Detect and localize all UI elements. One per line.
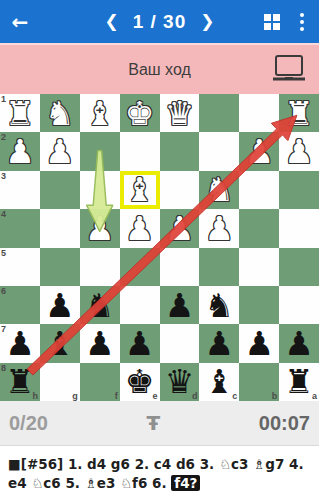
- black-pawn: ♟: [160, 286, 200, 324]
- square-g6[interactable]: ♟: [40, 286, 80, 324]
- move-list[interactable]: ■[#56] 1. d4 g6 2. c4 d6 3. ♘c3 ♗g7 4. e…: [0, 445, 319, 497]
- prompt-bar: Ваш ход: [0, 43, 319, 94]
- rank-label-7: 7: [1, 324, 6, 334]
- square-g7[interactable]: ♝: [40, 324, 80, 362]
- file-label-g: g: [72, 391, 78, 401]
- square-e5[interactable]: [120, 248, 160, 286]
- square-b1[interactable]: [239, 94, 279, 132]
- square-a1[interactable]: ♜: [279, 94, 319, 132]
- black-pawn: ♟: [40, 286, 80, 324]
- square-a3[interactable]: [279, 171, 319, 209]
- black-pawn: ♟: [279, 324, 319, 362]
- square-g1[interactable]: ♞: [40, 94, 80, 132]
- rank-label-5: 5: [1, 248, 6, 258]
- square-c3[interactable]: ♞: [199, 171, 239, 209]
- puzzle-list-icon[interactable]: [264, 14, 280, 30]
- black-knight: ♞: [199, 286, 239, 324]
- white-knight: ♞: [40, 94, 80, 132]
- square-c6[interactable]: ♞: [199, 286, 239, 324]
- square-d1[interactable]: ♛: [160, 94, 200, 132]
- square-f7[interactable]: ♟: [80, 324, 120, 362]
- square-b6[interactable]: [239, 286, 279, 324]
- timer: 00:07: [259, 412, 310, 435]
- square-f3[interactable]: [80, 171, 120, 209]
- next-puzzle-icon[interactable]: ❯: [200, 13, 214, 30]
- square-e8[interactable]: ♚e: [120, 363, 160, 401]
- square-d8[interactable]: ♛d: [160, 363, 200, 401]
- square-h5[interactable]: 5: [0, 248, 40, 286]
- square-f6[interactable]: ♞: [80, 286, 120, 324]
- square-f8[interactable]: f: [80, 363, 120, 401]
- black-pawn: ♟: [239, 324, 279, 362]
- prev-puzzle-icon[interactable]: ❮: [104, 13, 118, 30]
- square-a8[interactable]: ♜a: [279, 363, 319, 401]
- square-h1[interactable]: ♜1: [0, 94, 40, 132]
- square-d2[interactable]: [160, 132, 200, 170]
- rank-label-8: 8: [1, 363, 6, 373]
- square-f4[interactable]: ♟: [80, 209, 120, 247]
- file-label-e: e: [152, 391, 157, 401]
- back-icon[interactable]: ←: [0, 10, 40, 34]
- file-label-c: c: [232, 391, 237, 401]
- top-bar: ← ❮ 1 / 30 ❯: [0, 0, 319, 43]
- white-king: ♚: [120, 94, 160, 132]
- square-b7[interactable]: ♟: [239, 324, 279, 362]
- black-knight: ♞: [80, 286, 120, 324]
- square-c8[interactable]: ♝c: [199, 363, 239, 401]
- square-f5[interactable]: [80, 248, 120, 286]
- white-pawn: ♟: [239, 132, 279, 170]
- black-bishop: ♝: [40, 324, 80, 362]
- square-c1[interactable]: [199, 94, 239, 132]
- file-label-h: h: [32, 391, 38, 401]
- square-e2[interactable]: [120, 132, 160, 170]
- square-h6[interactable]: 6: [0, 286, 40, 324]
- score-counter: 0/20: [9, 412, 48, 435]
- file-label-b: b: [272, 391, 278, 401]
- square-c5[interactable]: [199, 248, 239, 286]
- white-bishop: ♝: [120, 171, 160, 209]
- square-a4[interactable]: [279, 209, 319, 247]
- square-a7[interactable]: ♟: [279, 324, 319, 362]
- rank-label-1: 1: [1, 94, 6, 104]
- square-e6[interactable]: [120, 286, 160, 324]
- white-rook: ♜: [279, 94, 319, 132]
- square-f1[interactable]: ♝: [80, 94, 120, 132]
- white-pawn: ♟: [199, 209, 239, 247]
- square-h7[interactable]: ♟7: [0, 324, 40, 362]
- square-b4[interactable]: [239, 209, 279, 247]
- white-knight: ♞: [199, 171, 239, 209]
- square-g5[interactable]: [40, 248, 80, 286]
- your-move-label: Ваш ход: [128, 61, 191, 79]
- square-c4[interactable]: ♟: [199, 209, 239, 247]
- current-move[interactable]: f4?: [171, 475, 200, 491]
- menu-icon[interactable]: [298, 11, 306, 33]
- square-a2[interactable]: ♟: [279, 132, 319, 170]
- file-label-f: f: [115, 391, 118, 401]
- puzzle-counter: 1 / 30: [133, 11, 187, 33]
- square-d5[interactable]: [160, 248, 200, 286]
- square-b8[interactable]: b: [239, 363, 279, 401]
- rank-label-3: 3: [1, 171, 6, 181]
- app-window: ← ❮ 1 / 30 ❯ Ваш ход ♜1♞♝♚♛♜♟2♟♟♟3♝♞4♟♟♟…: [0, 0, 319, 500]
- square-h3[interactable]: 3: [0, 171, 40, 209]
- status-bar: 0/20 Ŧ 00:07: [0, 401, 319, 445]
- square-e7[interactable]: ♟: [120, 324, 160, 362]
- square-h4[interactable]: 4: [0, 209, 40, 247]
- square-g8[interactable]: g: [40, 363, 80, 401]
- white-pawn: ♟: [279, 132, 319, 170]
- square-g3[interactable]: [40, 171, 80, 209]
- square-h2[interactable]: ♟2: [0, 132, 40, 170]
- black-pawn: ♟: [199, 324, 239, 362]
- square-a5[interactable]: [279, 248, 319, 286]
- square-b5[interactable]: [239, 248, 279, 286]
- white-pawn: ♟: [80, 209, 120, 247]
- square-g4[interactable]: [40, 209, 80, 247]
- move-sequence: ■[#56] 1. d4 g6 2. c4 d6 3. ♘c3 ♗g7 4. e…: [8, 456, 304, 491]
- square-c7[interactable]: ♟: [199, 324, 239, 362]
- board-grid: ♜1♞♝♚♛♜♟2♟♟♟3♝♞4♟♟♟♟56♟♞♟♞♟7♝♟♟♟♟♟♜8hgf♚…: [0, 94, 319, 401]
- square-d6[interactable]: ♟: [160, 286, 200, 324]
- black-pawn: ♟: [120, 324, 160, 362]
- white-pawn: ♟: [120, 209, 160, 247]
- square-b3[interactable]: [239, 171, 279, 209]
- square-g2[interactable]: ♟: [40, 132, 80, 170]
- file-label-d: d: [192, 391, 198, 401]
- square-e4[interactable]: ♟: [120, 209, 160, 247]
- square-b2[interactable]: ♟: [239, 132, 279, 170]
- chess-board: ♜1♞♝♚♛♜♟2♟♟♟3♝♞4♟♟♟♟56♟♞♟♞♟7♝♟♟♟♟♟♜8hgf♚…: [0, 94, 319, 401]
- black-pawn: ♟: [80, 324, 120, 362]
- square-e3[interactable]: ♝: [120, 171, 160, 209]
- white-bishop: ♝: [80, 94, 120, 132]
- square-f2[interactable]: [80, 132, 120, 170]
- top-bar-actions: [264, 11, 319, 33]
- square-h8[interactable]: ♜8h: [0, 363, 40, 401]
- rank-label-6: 6: [1, 286, 6, 296]
- square-d7[interactable]: [160, 324, 200, 362]
- file-label-a: a: [312, 391, 317, 401]
- white-pawn: ♟: [160, 209, 200, 247]
- white-queen: ♛: [160, 94, 200, 132]
- square-d4[interactable]: ♟: [160, 209, 200, 247]
- engine-icon[interactable]: [271, 54, 307, 88]
- rank-label-2: 2: [1, 132, 6, 142]
- square-c2[interactable]: [199, 132, 239, 170]
- rank-label-4: 4: [1, 209, 6, 219]
- square-d3[interactable]: [160, 171, 200, 209]
- square-a6[interactable]: [279, 286, 319, 324]
- white-pawn: ♟: [40, 132, 80, 170]
- square-e1[interactable]: ♚: [120, 94, 160, 132]
- evaluation-symbol[interactable]: Ŧ: [147, 411, 161, 435]
